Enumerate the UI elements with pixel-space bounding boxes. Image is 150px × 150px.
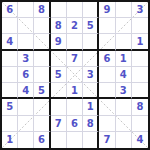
cell-r5c9[interactable] (132, 67, 148, 83)
cell-r2c7[interactable] (99, 18, 115, 34)
given-digit: 1 (136, 36, 143, 47)
cell-r3c4[interactable]: 9 (51, 34, 67, 50)
cell-r6c2[interactable]: 4 (18, 83, 34, 99)
cell-r3c7[interactable] (99, 34, 115, 50)
cell-r2c4[interactable]: 8 (51, 18, 67, 34)
cell-r6c5[interactable]: 1 (67, 83, 83, 99)
cell-r5c6[interactable]: 3 (83, 67, 99, 83)
cell-r9c9[interactable]: 4 (132, 132, 148, 148)
given-digit: 8 (87, 118, 94, 129)
cell-r9c2[interactable] (18, 132, 34, 148)
cell-r9c4[interactable] (51, 132, 67, 148)
cell-r5c4[interactable]: 5 (51, 67, 67, 83)
given-digit: 7 (103, 134, 110, 145)
given-digit: 8 (136, 101, 143, 112)
cell-r9c6[interactable] (83, 132, 99, 148)
cell-r8c4[interactable]: 7 (51, 116, 67, 132)
cell-r7c4[interactable] (51, 99, 67, 115)
cell-r5c3[interactable] (34, 67, 50, 83)
cell-r1c7[interactable]: 9 (99, 2, 115, 18)
given-digit: 3 (22, 53, 29, 64)
cell-r4c4[interactable] (51, 51, 67, 67)
given-digit: 8 (55, 20, 62, 31)
cell-r3c6[interactable] (83, 34, 99, 50)
cell-r4c8[interactable]: 1 (116, 51, 132, 67)
cell-r6c4[interactable] (51, 83, 67, 99)
given-digit: 1 (6, 134, 13, 145)
sudoku-board: 68938254913761653445135187681674 (0, 0, 150, 150)
given-digit: 3 (136, 4, 143, 15)
given-digit: 7 (71, 53, 78, 64)
cell-r6c9[interactable] (132, 83, 148, 99)
cell-r7c1[interactable]: 5 (2, 99, 18, 115)
cell-r8c5[interactable]: 6 (67, 116, 83, 132)
cell-r8c6[interactable]: 8 (83, 116, 99, 132)
given-digit: 5 (87, 20, 94, 31)
cell-r1c6[interactable] (83, 2, 99, 18)
given-digit: 6 (22, 69, 29, 80)
given-digit: 9 (103, 4, 110, 15)
given-digit: 3 (87, 69, 94, 80)
cell-r4c9[interactable] (132, 51, 148, 67)
cell-r5c5[interactable] (67, 67, 83, 83)
cell-r4c6[interactable] (83, 51, 99, 67)
cell-r9c1[interactable]: 1 (2, 132, 18, 148)
cell-r9c3[interactable]: 6 (34, 132, 50, 148)
cell-r7c7[interactable] (99, 99, 115, 115)
given-digit: 1 (120, 53, 127, 64)
cell-r4c7[interactable]: 6 (99, 51, 115, 67)
given-digit: 5 (38, 85, 45, 96)
cell-r7c8[interactable] (116, 99, 132, 115)
given-digit: 4 (120, 69, 127, 80)
cell-r8c8[interactable] (116, 116, 132, 132)
given-digit: 5 (55, 69, 62, 80)
cell-r6c1[interactable] (2, 83, 18, 99)
given-digit: 6 (38, 134, 45, 145)
given-digit: 4 (136, 134, 143, 145)
cell-r4c3[interactable] (34, 51, 50, 67)
cell-r4c1[interactable] (2, 51, 18, 67)
cell-r9c7[interactable]: 7 (99, 132, 115, 148)
cell-r8c2[interactable] (18, 116, 34, 132)
cell-r5c8[interactable]: 4 (116, 67, 132, 83)
cell-r6c6[interactable] (83, 83, 99, 99)
cell-r2c9[interactable] (132, 18, 148, 34)
given-digit: 9 (55, 36, 62, 47)
cell-r3c3[interactable] (34, 34, 50, 50)
given-digit: 4 (22, 85, 29, 96)
cell-r3c5[interactable] (67, 34, 83, 50)
cell-r7c2[interactable] (18, 99, 34, 115)
cell-r1c4[interactable] (51, 2, 67, 18)
cell-r2c1[interactable] (2, 18, 18, 34)
cell-r8c7[interactable] (99, 116, 115, 132)
cell-r7c3[interactable] (34, 99, 50, 115)
cell-r1c9[interactable]: 3 (132, 2, 148, 18)
given-digit: 6 (71, 118, 78, 129)
cell-r4c2[interactable]: 3 (18, 51, 34, 67)
cell-r5c1[interactable] (2, 67, 18, 83)
cell-r1c1[interactable]: 6 (2, 2, 18, 18)
cell-r9c5[interactable] (67, 132, 83, 148)
cell-r8c3[interactable] (34, 116, 50, 132)
cell-r3c9[interactable]: 1 (132, 34, 148, 50)
given-digit: 1 (87, 101, 94, 112)
cell-r2c8[interactable] (116, 18, 132, 34)
cell-r2c3[interactable] (34, 18, 50, 34)
given-digit: 3 (120, 85, 127, 96)
cell-r5c7[interactable] (99, 67, 115, 83)
cell-r6c7[interactable] (99, 83, 115, 99)
cell-r1c3[interactable]: 8 (34, 2, 50, 18)
cell-r2c6[interactable]: 5 (83, 18, 99, 34)
given-digit: 6 (103, 53, 110, 64)
cell-r3c1[interactable]: 4 (2, 34, 18, 50)
cell-r1c5[interactable] (67, 2, 83, 18)
cell-r8c9[interactable] (132, 116, 148, 132)
cell-r6c3[interactable]: 5 (34, 83, 50, 99)
cell-r7c6[interactable]: 1 (83, 99, 99, 115)
cell-r2c5[interactable]: 2 (67, 18, 83, 34)
cell-r6c8[interactable]: 3 (116, 83, 132, 99)
given-digit: 6 (6, 4, 13, 15)
given-digit: 8 (38, 4, 45, 15)
cell-r9c8[interactable] (116, 132, 132, 148)
given-digit: 5 (6, 101, 13, 112)
given-digit: 7 (55, 118, 62, 129)
cell-r2c2[interactable] (18, 18, 34, 34)
cell-r1c8[interactable] (116, 2, 132, 18)
cell-r1c2[interactable] (18, 2, 34, 18)
cell-r3c8[interactable] (116, 34, 132, 50)
cell-r4c5[interactable]: 7 (67, 51, 83, 67)
cell-r7c5[interactable] (67, 99, 83, 115)
cell-r3c2[interactable] (18, 34, 34, 50)
cell-r7c9[interactable]: 8 (132, 99, 148, 115)
cell-r8c1[interactable] (2, 116, 18, 132)
given-digit: 1 (71, 85, 78, 96)
given-digit: 2 (71, 20, 78, 31)
given-digit: 4 (6, 36, 13, 47)
cell-r5c2[interactable]: 6 (18, 67, 34, 83)
